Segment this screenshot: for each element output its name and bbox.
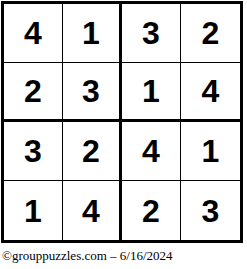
cell-r4c1[interactable]: 1 [4, 181, 63, 240]
cell-r2c2[interactable]: 3 [63, 63, 122, 122]
cell-r2c1[interactable]: 2 [4, 63, 63, 122]
cell-r2c3[interactable]: 1 [122, 63, 181, 122]
cell-r1c3[interactable]: 3 [122, 4, 181, 63]
cell-r3c4[interactable]: 1 [181, 122, 240, 181]
cell-r4c4[interactable]: 3 [181, 181, 240, 240]
cell-r3c3[interactable]: 4 [122, 122, 181, 181]
cell-r4c3[interactable]: 2 [122, 181, 181, 240]
cell-r3c2[interactable]: 2 [63, 122, 122, 181]
cell-r3c1[interactable]: 3 [4, 122, 63, 181]
copyright-credit: ©grouppuzzles.com – 6/16/2024 [2, 248, 245, 264]
cell-r1c1[interactable]: 4 [4, 4, 63, 63]
sudoku-board: 4 1 3 2 2 3 1 4 3 2 4 1 1 4 2 3 [1, 1, 243, 243]
cell-r4c2[interactable]: 4 [63, 181, 122, 240]
cell-r1c2[interactable]: 1 [63, 4, 122, 63]
cell-r2c4[interactable]: 4 [181, 63, 240, 122]
cell-r1c4[interactable]: 2 [181, 4, 240, 63]
